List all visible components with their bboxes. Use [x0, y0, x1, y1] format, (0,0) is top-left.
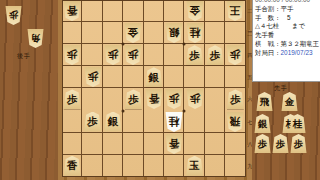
- piece-4七-桂[interactable]: 桂: [165, 112, 183, 132]
- piece-4八-香[interactable]: 香: [165, 134, 183, 154]
- piece-glyph: 香: [169, 138, 180, 149]
- piece-glyph: 銀: [149, 72, 160, 83]
- piece-glyph: 歩: [87, 116, 98, 127]
- piece-glyph: 歩: [294, 139, 304, 149]
- piece-glyph: 王: [230, 6, 241, 17]
- hand-piece-歩[interactable]: 歩: [5, 6, 22, 25]
- piece-glyph: 金: [128, 28, 139, 39]
- piece-glyph: 歩: [128, 50, 139, 61]
- hand-piece-歩[interactable]: 歩: [272, 134, 289, 153]
- piece-glyph: 銀: [108, 116, 119, 127]
- piece-glyph: 歩: [128, 94, 139, 105]
- hand-piece-銀[interactable]: 銀: [254, 114, 271, 133]
- hoshi-dot: [122, 43, 125, 46]
- tournament-line: 棋 戦：第３２期竜王: [255, 40, 320, 49]
- piece-glyph: 飛: [230, 116, 241, 127]
- piece-glyph: 金: [189, 6, 200, 17]
- gote-hand-tray: 後手 歩角: [0, 0, 58, 180]
- piece-glyph: 歩: [67, 94, 78, 105]
- piece-glyph: 香: [149, 94, 160, 105]
- hand-piece-歩[interactable]: 歩: [290, 134, 307, 153]
- sente-hand-tray: 先手 飛金銀桂桂歩歩歩: [252, 82, 320, 180]
- piece-glyph: 歩: [258, 139, 268, 149]
- piece-glyph: 歩: [67, 50, 78, 61]
- piece-glyph: 歩: [169, 94, 180, 105]
- last-move-line: △４七桂 まで: [255, 22, 320, 31]
- turn-line: 先手番: [255, 31, 320, 40]
- gote-hand-label: 後手: [17, 52, 31, 61]
- hand-piece-歩[interactable]: 歩: [254, 134, 271, 153]
- piece-glyph: 歩: [230, 94, 241, 105]
- piece-glyph: 金: [285, 97, 295, 107]
- game-date-line: 対局日：2019/07/23: [255, 49, 320, 58]
- shogi-kifu-viewer: 後手 歩角 二三四五六七八九 00:00:00 / 00:00:00 手合割：平…: [0, 0, 320, 180]
- handicap-line: 手合割：平手: [255, 5, 320, 14]
- piece-glyph: 歩: [210, 50, 221, 61]
- hand-piece-角[interactable]: 角: [27, 29, 44, 48]
- piece-glyph: 歩: [230, 50, 241, 61]
- piece-glyph: 香: [67, 160, 78, 171]
- hand-piece-金[interactable]: 金: [281, 92, 298, 111]
- piece-glyph: 歩: [189, 50, 200, 61]
- piece-glyph: 歩: [189, 94, 200, 105]
- piece-glyph: 歩: [276, 139, 286, 149]
- move-count-line: 手 数： 5: [255, 14, 320, 23]
- hand-piece-飛[interactable]: 飛: [256, 92, 273, 111]
- piece-glyph: 銀: [169, 28, 180, 39]
- hoshi-dot: [183, 43, 186, 46]
- sente-hand-label: 先手: [274, 84, 288, 93]
- kifu-info-panel: 00:00:00 / 00:00:00 手合割：平手 手 数： 5 △４七桂 ま…: [252, 0, 320, 82]
- piece-glyph: 歩: [87, 72, 98, 83]
- piece-glyph: 歩: [9, 11, 19, 21]
- piece-glyph: 香: [67, 6, 78, 17]
- hoshi-dot: [183, 109, 186, 112]
- piece-glyph: 飛: [260, 97, 270, 107]
- piece-glyph: 歩: [108, 50, 119, 61]
- game-date-value: 2019/07/23: [281, 49, 313, 56]
- piece-glyph: 桂: [169, 116, 180, 127]
- hoshi-dot: [122, 109, 125, 112]
- piece-glyph: 銀: [258, 119, 268, 129]
- shogi-board[interactable]: [62, 0, 246, 177]
- piece-glyph: 桂: [293, 119, 303, 129]
- piece-glyph: 角: [31, 34, 41, 44]
- piece-glyph: 桂: [189, 28, 200, 39]
- piece-glyph: 玉: [189, 160, 200, 171]
